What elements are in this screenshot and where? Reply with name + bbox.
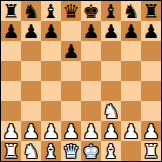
white-rook: ♜: [142, 141, 159, 161]
square-c8[interactable]: ♝: [41, 1, 61, 21]
white-bishop: ♝: [42, 141, 59, 161]
white-pawn: ♟: [62, 121, 79, 141]
black-queen: ♛: [62, 1, 79, 21]
square-a2[interactable]: ♟: [1, 121, 21, 141]
square-g1[interactable]: [121, 141, 141, 161]
square-h6[interactable]: [141, 41, 161, 61]
black-pawn: ♟: [22, 21, 39, 41]
square-g6[interactable]: [121, 41, 141, 61]
square-e2[interactable]: ♟: [81, 121, 101, 141]
square-c6[interactable]: [41, 41, 61, 61]
square-b6[interactable]: [21, 41, 41, 61]
square-h2[interactable]: ♟: [141, 121, 161, 141]
square-h3[interactable]: [141, 101, 161, 121]
square-b8[interactable]: ♞: [21, 1, 41, 21]
square-g7[interactable]: ♟: [121, 21, 141, 41]
square-d3[interactable]: [61, 101, 81, 121]
black-knight: ♞: [22, 1, 39, 21]
square-f1[interactable]: ♝: [101, 141, 121, 161]
black-bishop: ♝: [102, 1, 119, 21]
black-pawn: ♟: [142, 21, 159, 41]
square-c1[interactable]: ♝: [41, 141, 61, 161]
square-h8[interactable]: ♜: [141, 1, 161, 21]
square-a8[interactable]: ♜: [1, 1, 21, 21]
square-e3[interactable]: [81, 101, 101, 121]
square-f2[interactable]: ♟: [101, 121, 121, 141]
white-queen: ♛: [62, 141, 79, 161]
square-a7[interactable]: ♟: [1, 21, 21, 41]
square-a6[interactable]: [1, 41, 21, 61]
square-e8[interactable]: ♚: [81, 1, 101, 21]
square-d7[interactable]: [61, 21, 81, 41]
black-king: ♚: [82, 1, 99, 21]
square-d8[interactable]: ♛: [61, 1, 81, 21]
square-e5[interactable]: [81, 61, 101, 81]
black-pawn: ♟: [102, 21, 119, 41]
square-g4[interactable]: [121, 81, 141, 101]
white-bishop: ♝: [102, 141, 119, 161]
black-rook: ♜: [142, 1, 159, 21]
square-a1[interactable]: ♜: [1, 141, 21, 161]
white-pawn: ♟: [122, 121, 139, 141]
black-rook: ♜: [2, 1, 19, 21]
square-g2[interactable]: ♟: [121, 121, 141, 141]
square-c3[interactable]: [41, 101, 61, 121]
black-pawn: ♟: [62, 41, 79, 61]
white-pawn: ♟: [42, 121, 59, 141]
square-b5[interactable]: [21, 61, 41, 81]
square-c2[interactable]: ♟: [41, 121, 61, 141]
square-d6[interactable]: ♟: [61, 41, 81, 61]
square-f4[interactable]: [101, 81, 121, 101]
white-pawn: ♟: [142, 121, 159, 141]
square-d4[interactable]: [61, 81, 81, 101]
square-c7[interactable]: ♟: [41, 21, 61, 41]
square-d1[interactable]: ♛: [61, 141, 81, 161]
square-c5[interactable]: [41, 61, 61, 81]
white-pawn: ♟: [2, 121, 19, 141]
white-knight: ♞: [22, 141, 39, 161]
square-d5[interactable]: [61, 61, 81, 81]
square-a4[interactable]: [1, 81, 21, 101]
white-knight: ♞: [102, 101, 119, 121]
square-f5[interactable]: [101, 61, 121, 81]
square-c4[interactable]: [41, 81, 61, 101]
square-b4[interactable]: [21, 81, 41, 101]
square-e6[interactable]: [81, 41, 101, 61]
white-rook: ♜: [2, 141, 19, 161]
square-g5[interactable]: [121, 61, 141, 81]
black-pawn: ♟: [2, 21, 19, 41]
square-a3[interactable]: [1, 101, 21, 121]
square-h1[interactable]: ♜: [141, 141, 161, 161]
square-b7[interactable]: ♟: [21, 21, 41, 41]
square-h4[interactable]: [141, 81, 161, 101]
black-pawn: ♟: [122, 21, 139, 41]
black-knight: ♞: [122, 1, 139, 21]
square-b1[interactable]: ♞: [21, 141, 41, 161]
square-g8[interactable]: ♞: [121, 1, 141, 21]
black-pawn: ♟: [42, 21, 59, 41]
chess-board-frame: ♜♞♝♛♚♝♞♜♟♟♟♟♟♟♟♟♞♟♟♟♟♟♟♟♟♜♞♝♛♚♝♜: [0, 0, 162, 162]
square-e4[interactable]: [81, 81, 101, 101]
square-d2[interactable]: ♟: [61, 121, 81, 141]
square-h7[interactable]: ♟: [141, 21, 161, 41]
white-pawn: ♟: [102, 121, 119, 141]
square-b3[interactable]: [21, 101, 41, 121]
square-h5[interactable]: [141, 61, 161, 81]
square-e1[interactable]: ♚: [81, 141, 101, 161]
square-f3[interactable]: ♞: [101, 101, 121, 121]
square-f7[interactable]: ♟: [101, 21, 121, 41]
square-f8[interactable]: ♝: [101, 1, 121, 21]
white-king: ♚: [82, 141, 99, 161]
black-pawn: ♟: [82, 21, 99, 41]
black-bishop: ♝: [42, 1, 59, 21]
square-e7[interactable]: ♟: [81, 21, 101, 41]
square-a5[interactable]: [1, 61, 21, 81]
square-g3[interactable]: [121, 101, 141, 121]
square-f6[interactable]: [101, 41, 121, 61]
white-pawn: ♟: [22, 121, 39, 141]
square-b2[interactable]: ♟: [21, 121, 41, 141]
chess-board: ♜♞♝♛♚♝♞♜♟♟♟♟♟♟♟♟♞♟♟♟♟♟♟♟♟♜♞♝♛♚♝♜: [1, 1, 161, 161]
white-pawn: ♟: [82, 121, 99, 141]
